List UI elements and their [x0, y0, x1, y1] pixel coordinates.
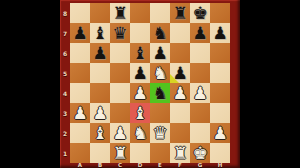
file-label-d: D: [130, 162, 150, 168]
square-c1[interactable]: ♜: [110, 143, 130, 163]
square-c8[interactable]: ♜: [110, 3, 130, 23]
square-g8[interactable]: ♚: [190, 3, 210, 23]
file-label-g: G: [190, 162, 210, 168]
square-h1[interactable]: [210, 143, 230, 163]
move-arrow-marker: [170, 74, 179, 83]
piece-black-knight[interactable]: ♞: [152, 23, 167, 43]
piece-black-pawn[interactable]: ♟: [132, 63, 147, 83]
piece-white-pawn[interactable]: ♟: [92, 103, 107, 123]
piece-black-king[interactable]: ♚: [192, 3, 207, 23]
file-labels: ABCDEFGH: [70, 162, 230, 168]
rank-label-6: 6: [60, 43, 70, 63]
square-f8[interactable]: ♜: [170, 3, 190, 23]
rank-label-7: 7: [60, 23, 70, 43]
square-e3[interactable]: [150, 103, 170, 123]
square-f5[interactable]: ♟: [170, 63, 190, 83]
square-b6[interactable]: ♟: [90, 43, 110, 63]
square-g7[interactable]: ♟: [190, 23, 210, 43]
square-e4[interactable]: ♞: [150, 83, 170, 103]
square-b1[interactable]: [90, 143, 110, 163]
rank-label-4: 4: [60, 83, 70, 103]
piece-black-pawn[interactable]: ♟: [72, 23, 87, 43]
square-b8[interactable]: [90, 3, 110, 23]
piece-white-pawn[interactable]: ♟: [172, 83, 187, 103]
file-label-e: E: [150, 162, 170, 168]
square-g1[interactable]: ♚: [190, 143, 210, 163]
board-grid: ♜♜♚♟♝♛♞♟♟♟♝♟♟♞♟♟♞♟♟♟♟♝♝♟♞♛♟♜♜♚: [70, 3, 230, 163]
piece-black-queen[interactable]: ♛: [112, 23, 127, 43]
square-f6[interactable]: [170, 43, 190, 63]
square-c7[interactable]: ♛: [110, 23, 130, 43]
file-label-h: H: [210, 162, 230, 168]
piece-white-bishop[interactable]: ♝: [132, 103, 147, 123]
square-e6[interactable]: ♟: [150, 43, 170, 63]
piece-white-pawn[interactable]: ♟: [112, 123, 127, 143]
piece-black-bishop[interactable]: ♝: [92, 23, 107, 43]
square-f7[interactable]: [170, 23, 190, 43]
rank-label-2: 2: [60, 123, 70, 143]
square-h4[interactable]: [210, 83, 230, 103]
piece-black-rook[interactable]: ♜: [112, 3, 127, 23]
video-frame: 87654321 ♜♜♚♟♝♛♞♟♟♟♝♟♟♞♟♟♞♟♟♟♟♝♝♟♞♛♟♜♜♚ …: [0, 0, 300, 168]
piece-black-rook[interactable]: ♜: [172, 3, 187, 23]
square-c3[interactable]: [110, 103, 130, 123]
square-e7[interactable]: ♞: [150, 23, 170, 43]
square-h8[interactable]: [210, 3, 230, 23]
square-d1[interactable]: [130, 143, 150, 163]
square-d2[interactable]: ♞: [130, 123, 150, 143]
square-b5[interactable]: [90, 63, 110, 83]
square-c4[interactable]: [110, 83, 130, 103]
square-f2[interactable]: [170, 123, 190, 143]
piece-black-pawn[interactable]: ♟: [192, 23, 207, 43]
square-f4[interactable]: ♟: [170, 83, 190, 103]
piece-white-pawn[interactable]: ♟: [132, 83, 147, 103]
file-label-f: F: [170, 162, 190, 168]
piece-white-rook[interactable]: ♜: [172, 143, 187, 163]
square-d8[interactable]: [130, 3, 150, 23]
chess-board: 87654321 ♜♜♚♟♝♛♞♟♟♟♝♟♟♞♟♟♞♟♟♟♟♝♝♟♞♛♟♜♜♚ …: [60, 0, 240, 168]
piece-white-pawn[interactable]: ♟: [72, 103, 87, 123]
piece-white-knight[interactable]: ♞: [152, 63, 167, 83]
square-e5[interactable]: ♞: [150, 63, 170, 83]
square-b3[interactable]: ♟: [90, 103, 110, 123]
file-label-a: A: [70, 162, 90, 168]
piece-white-knight[interactable]: ♞: [132, 123, 147, 143]
square-h5[interactable]: [210, 63, 230, 83]
square-d3[interactable]: ♝: [130, 103, 150, 123]
square-h3[interactable]: [210, 103, 230, 123]
piece-black-bishop[interactable]: ♝: [132, 43, 147, 63]
piece-white-queen[interactable]: ♛: [152, 123, 167, 143]
piece-white-bishop[interactable]: ♝: [92, 123, 107, 143]
square-g6[interactable]: [190, 43, 210, 63]
rank-label-5: 5: [60, 63, 70, 83]
square-b7[interactable]: ♝: [90, 23, 110, 43]
square-c5[interactable]: [110, 63, 130, 83]
square-g3[interactable]: [190, 103, 210, 123]
square-c2[interactable]: ♟: [110, 123, 130, 143]
file-label-c: C: [110, 162, 130, 168]
square-g4[interactable]: ♟: [190, 83, 210, 103]
square-g2[interactable]: [190, 123, 210, 143]
square-c6[interactable]: [110, 43, 130, 63]
square-b4[interactable]: [90, 83, 110, 103]
square-f1[interactable]: ♜: [170, 143, 190, 163]
file-label-b: B: [90, 162, 110, 168]
square-a8[interactable]: [70, 3, 90, 23]
square-a2[interactable]: [70, 123, 90, 143]
square-a5[interactable]: [70, 63, 90, 83]
square-a6[interactable]: [70, 43, 90, 63]
square-h6[interactable]: [210, 43, 230, 63]
square-d4[interactable]: ♟: [130, 83, 150, 103]
square-e1[interactable]: [150, 143, 170, 163]
square-e8[interactable]: [150, 3, 170, 23]
square-d5[interactable]: ♟: [130, 63, 150, 83]
rank-label-8: 8: [60, 3, 70, 23]
rank-label-3: 3: [60, 103, 70, 123]
square-b2[interactable]: ♝: [90, 123, 110, 143]
piece-white-pawn[interactable]: ♟: [212, 123, 227, 143]
piece-black-knight[interactable]: ♞: [152, 83, 167, 103]
square-d6[interactable]: ♝: [130, 43, 150, 63]
piece-white-rook[interactable]: ♜: [112, 143, 127, 163]
rank-label-1: 1: [60, 143, 70, 163]
square-f3[interactable]: [170, 103, 190, 123]
square-g5[interactable]: [190, 63, 210, 83]
piece-black-pawn[interactable]: ♟: [92, 43, 107, 63]
square-a7[interactable]: ♟: [70, 23, 90, 43]
piece-white-pawn[interactable]: ♟: [192, 83, 207, 103]
square-d7[interactable]: [130, 23, 150, 43]
piece-black-pawn[interactable]: ♟: [212, 23, 227, 43]
square-a1[interactable]: [70, 143, 90, 163]
piece-black-pawn[interactable]: ♟: [152, 43, 167, 63]
square-h2[interactable]: ♟: [210, 123, 230, 143]
square-a4[interactable]: [70, 83, 90, 103]
square-e2[interactable]: ♛: [150, 123, 170, 143]
square-a3[interactable]: ♟: [70, 103, 90, 123]
square-h7[interactable]: ♟: [210, 23, 230, 43]
piece-white-king[interactable]: ♚: [192, 143, 207, 163]
